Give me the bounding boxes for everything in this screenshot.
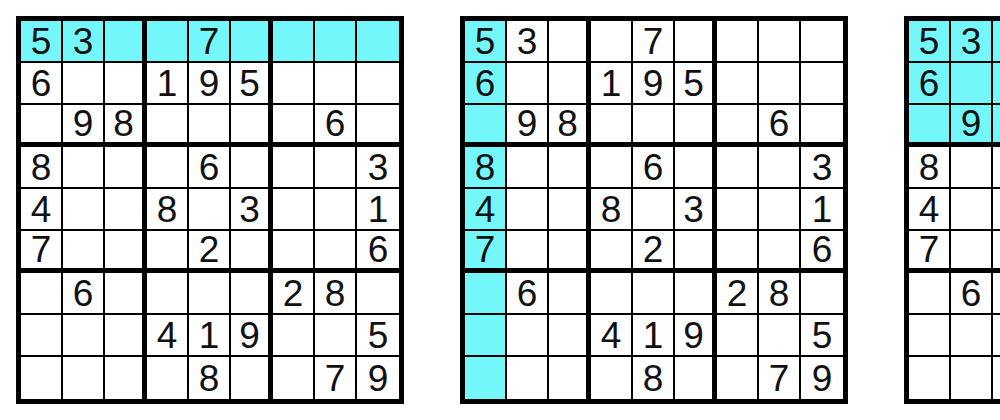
sudoku-cell [801, 63, 843, 105]
sudoku-cell: 8 [21, 147, 63, 189]
sudoku-cell [993, 357, 1000, 399]
sudoku-cell: 3 [801, 147, 843, 189]
sudoku-cell [21, 105, 63, 147]
sudoku-cell: 1 [357, 189, 399, 231]
sudoku-cell [465, 357, 507, 399]
sudoku-cell [147, 21, 189, 63]
sudoku-cell: 2 [189, 231, 231, 273]
sudoku-cell [273, 315, 315, 357]
sudoku-cell [993, 231, 1000, 273]
sudoku-cell [357, 21, 399, 63]
sudoku-cell: 8 [315, 273, 357, 315]
sudoku-cell: 8 [759, 273, 801, 315]
sudoku-cell [315, 315, 357, 357]
sudoku-cell [273, 63, 315, 105]
sudoku-cell: 7 [465, 231, 507, 273]
sudoku-cell [63, 357, 105, 399]
sudoku-cell [717, 63, 759, 105]
sudoku-cell [105, 357, 147, 399]
sudoku-cell [231, 21, 273, 63]
sudoku-cell [105, 63, 147, 105]
sudoku-cell [951, 189, 993, 231]
sudoku-cell [591, 231, 633, 273]
sudoku-cell [21, 273, 63, 315]
sudoku-cell: 6 [63, 273, 105, 315]
sudoku-cell [63, 189, 105, 231]
sudoku-cell: 4 [591, 315, 633, 357]
sudoku-cell [675, 357, 717, 399]
sudoku-cell: 8 [147, 189, 189, 231]
sudoku-cell [21, 315, 63, 357]
sudoku-cell: 5 [675, 63, 717, 105]
sudoku-cell [147, 105, 189, 147]
sudoku-cell [21, 357, 63, 399]
sudoku-cell [273, 21, 315, 63]
sudoku-cell [549, 189, 591, 231]
sudoku-cell: 6 [801, 231, 843, 273]
sudoku-cell: 2 [273, 273, 315, 315]
sudoku-cell [675, 21, 717, 63]
sudoku-cell [951, 147, 993, 189]
sudoku-cell [315, 63, 357, 105]
sudoku-cell: 9 [507, 105, 549, 147]
sudoku-cell [273, 231, 315, 273]
sudoku-cell [507, 231, 549, 273]
sudoku-cell: 5 [465, 21, 507, 63]
sudoku-cell [63, 315, 105, 357]
sudoku-cell [993, 63, 1000, 105]
sudoku-cell [549, 273, 591, 315]
sudoku-cell: 6 [759, 105, 801, 147]
sudoku-cell [591, 147, 633, 189]
sudoku-cell: 4 [909, 189, 951, 231]
sudoku-cell [231, 105, 273, 147]
sudoku-cell [357, 63, 399, 105]
sudoku-cell [105, 189, 147, 231]
sudoku-board-box-highlight: 537619598686348317266284195879 [904, 16, 1000, 404]
sudoku-cell [951, 357, 993, 399]
sudoku-cell [63, 231, 105, 273]
sudoku-cell [549, 357, 591, 399]
sudoku-cell [675, 231, 717, 273]
sudoku-cell: 9 [357, 357, 399, 399]
sudoku-cell [633, 189, 675, 231]
sudoku-cell [315, 189, 357, 231]
sudoku-cell: 4 [21, 189, 63, 231]
sudoku-cell [273, 357, 315, 399]
sudoku-cell [675, 105, 717, 147]
sudoku-cell: 9 [801, 357, 843, 399]
sudoku-cell [591, 21, 633, 63]
sudoku-cell [63, 147, 105, 189]
sudoku-cell: 1 [801, 189, 843, 231]
sudoku-cell: 6 [189, 147, 231, 189]
sudoku-cell: 4 [465, 189, 507, 231]
sudoku-cell [633, 105, 675, 147]
sudoku-cell [951, 315, 993, 357]
sudoku-cell: 6 [357, 231, 399, 273]
sudoku-cell [189, 189, 231, 231]
sudoku-board-row-highlight: 537619598686348317266284195879 [16, 16, 404, 404]
sudoku-cell [993, 315, 1000, 357]
sudoku-cell: 6 [507, 273, 549, 315]
sudoku-cell [801, 21, 843, 63]
sudoku-cell: 5 [21, 21, 63, 63]
sudoku-cell: 3 [507, 21, 549, 63]
sudoku-cell [993, 21, 1000, 63]
sudoku-cell [465, 273, 507, 315]
sudoku-cell: 1 [147, 63, 189, 105]
sudoku-cell [465, 105, 507, 147]
sudoku-cell [549, 231, 591, 273]
sudoku-cell: 1 [189, 315, 231, 357]
sudoku-cell: 7 [759, 357, 801, 399]
sudoku-cell: 9 [231, 315, 273, 357]
sudoku-cell: 7 [189, 21, 231, 63]
sudoku-cell: 8 [189, 357, 231, 399]
sudoku-cell [951, 231, 993, 273]
sudoku-cell [189, 105, 231, 147]
sudoku-cell: 5 [231, 63, 273, 105]
sudoku-cell [801, 273, 843, 315]
sudoku-cell: 8 [993, 105, 1000, 147]
sudoku-cell: 4 [147, 315, 189, 357]
sudoku-cell [315, 147, 357, 189]
sudoku-cell [993, 147, 1000, 189]
sudoku-cell [273, 189, 315, 231]
sudoku-cell [993, 189, 1000, 231]
sudoku-cell: 5 [909, 21, 951, 63]
sudoku-cell [273, 147, 315, 189]
sudoku-cell [717, 21, 759, 63]
sudoku-cell [759, 189, 801, 231]
sudoku-cell [759, 315, 801, 357]
sudoku-cell: 3 [675, 189, 717, 231]
sudoku-cell: 7 [315, 357, 357, 399]
sudoku-cell: 5 [357, 315, 399, 357]
sudoku-cell [147, 147, 189, 189]
sudoku-cell: 7 [633, 21, 675, 63]
sudoku-cell [315, 231, 357, 273]
sudoku-cell: 8 [633, 357, 675, 399]
sudoku-cell [105, 315, 147, 357]
sudoku-cell [507, 63, 549, 105]
sudoku-cell [909, 105, 951, 147]
sudoku-cell [231, 231, 273, 273]
sudoku-cell [909, 273, 951, 315]
sudoku-cell [147, 357, 189, 399]
sudoku-cell [507, 357, 549, 399]
sudoku-cell [993, 273, 1000, 315]
sudoku-cell [357, 105, 399, 147]
sudoku-cell [63, 63, 105, 105]
sudoku-cell: 6 [465, 63, 507, 105]
sudoku-cell [801, 105, 843, 147]
sudoku-cell [147, 273, 189, 315]
sudoku-cell: 6 [315, 105, 357, 147]
sudoku-cell: 8 [549, 105, 591, 147]
sudoku-cell: 9 [633, 63, 675, 105]
sudoku-cell [633, 273, 675, 315]
sudoku-cell [717, 315, 759, 357]
sudoku-cell [105, 273, 147, 315]
sudoku-cell: 8 [909, 147, 951, 189]
sudoku-cell [189, 273, 231, 315]
sudoku-cell: 2 [633, 231, 675, 273]
sudoku-cell: 8 [105, 105, 147, 147]
sudoku-cell [591, 357, 633, 399]
sudoku-cell: 3 [231, 189, 273, 231]
sudoku-cell [507, 315, 549, 357]
sudoku-cell [273, 105, 315, 147]
sudoku-cell: 3 [63, 21, 105, 63]
sudoku-cell [315, 21, 357, 63]
sudoku-cell [147, 231, 189, 273]
sudoku-constraints-illustration: 537619598686348317266284195879 537619598… [0, 0, 1000, 420]
sudoku-cell: 5 [801, 315, 843, 357]
sudoku-cell [357, 273, 399, 315]
sudoku-cell [759, 147, 801, 189]
sudoku-cell [759, 21, 801, 63]
sudoku-cell: 2 [717, 273, 759, 315]
sudoku-cell [759, 231, 801, 273]
sudoku-cell: 3 [951, 21, 993, 63]
sudoku-cell: 6 [951, 273, 993, 315]
sudoku-cell: 9 [675, 315, 717, 357]
sudoku-cell [549, 63, 591, 105]
sudoku-board-column-highlight: 537619598686348317266284195879 [460, 16, 848, 404]
sudoku-cell [717, 189, 759, 231]
sudoku-cell [105, 147, 147, 189]
sudoku-cell [717, 147, 759, 189]
sudoku-cell: 1 [591, 63, 633, 105]
sudoku-cell [909, 357, 951, 399]
sudoku-cell [591, 105, 633, 147]
sudoku-cell: 3 [357, 147, 399, 189]
sudoku-cell [549, 147, 591, 189]
sudoku-cell [231, 273, 273, 315]
sudoku-cell [759, 63, 801, 105]
sudoku-cell: 7 [21, 231, 63, 273]
sudoku-cell: 8 [465, 147, 507, 189]
sudoku-cell [951, 63, 993, 105]
sudoku-cell [675, 273, 717, 315]
sudoku-cell: 9 [951, 105, 993, 147]
sudoku-cell [507, 147, 549, 189]
sudoku-cell [675, 147, 717, 189]
sudoku-cell [105, 231, 147, 273]
sudoku-cell: 9 [63, 105, 105, 147]
sudoku-cell: 8 [591, 189, 633, 231]
sudoku-cell [231, 357, 273, 399]
sudoku-cell [549, 315, 591, 357]
sudoku-cell: 6 [909, 63, 951, 105]
sudoku-cell [717, 231, 759, 273]
sudoku-cell [507, 189, 549, 231]
sudoku-cell: 7 [909, 231, 951, 273]
sudoku-cell: 6 [21, 63, 63, 105]
sudoku-cell [231, 147, 273, 189]
sudoku-cell: 9 [189, 63, 231, 105]
sudoku-cell: 6 [633, 147, 675, 189]
sudoku-cell: 1 [633, 315, 675, 357]
sudoku-cell [549, 21, 591, 63]
sudoku-cell [591, 273, 633, 315]
sudoku-cell [909, 315, 951, 357]
sudoku-cell [465, 315, 507, 357]
sudoku-cell [717, 357, 759, 399]
sudoku-cell [717, 105, 759, 147]
sudoku-cell [105, 21, 147, 63]
